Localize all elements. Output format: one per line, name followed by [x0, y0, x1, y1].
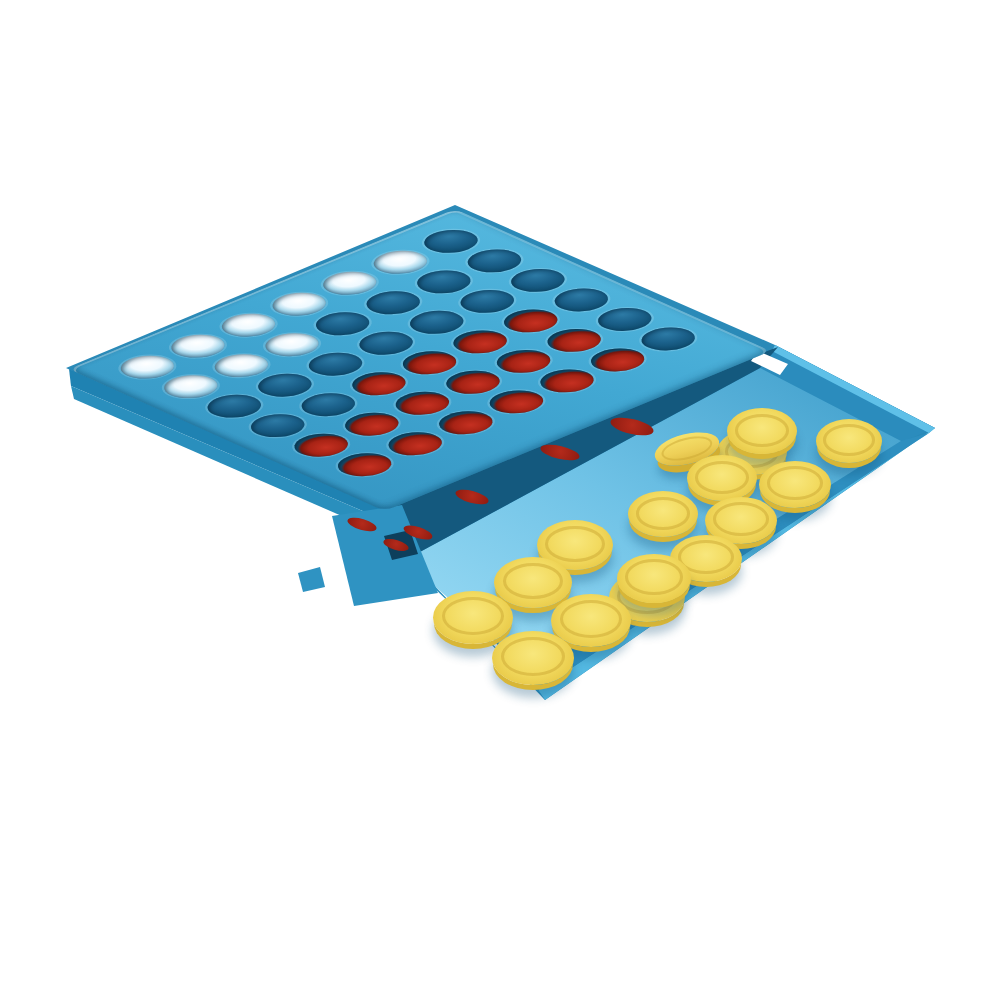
yellow-chip: [687, 455, 757, 501]
yellow-chip: [551, 594, 631, 647]
yellow-chip: [628, 491, 698, 537]
yellow-chip: [617, 554, 691, 603]
case-shapes: [0, 0, 1000, 1000]
hinge-tab: [298, 567, 325, 592]
yellow-chip: [492, 631, 574, 685]
product-photo-connect-four-case: [0, 0, 1000, 1000]
yellow-chip: [727, 408, 797, 454]
yellow-chip: [433, 591, 513, 644]
yellow-chip: [759, 461, 831, 508]
yellow-chip: [494, 557, 572, 608]
yellow-chip: [816, 419, 882, 463]
